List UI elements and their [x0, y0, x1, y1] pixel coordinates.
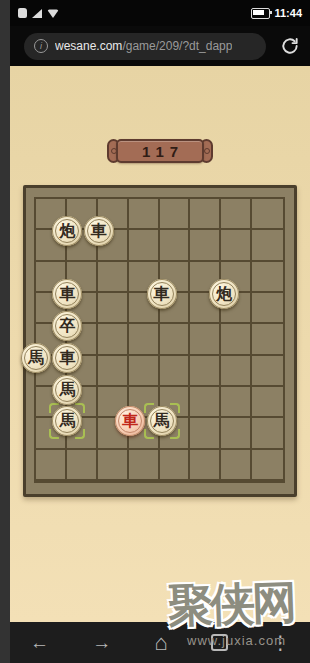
browser-address-bar: i wesane.com/game/209/?dt_dapp [10, 26, 310, 66]
url-host: wesane.com [55, 39, 122, 53]
board-cell [98, 356, 129, 387]
piece-black-horse[interactable]: 馬 [21, 343, 51, 373]
board-cell [252, 324, 283, 355]
board-cell [221, 356, 252, 387]
board-cell [221, 199, 252, 230]
piece-label: 車 [122, 413, 138, 429]
board-cell [98, 324, 129, 355]
board-cell [252, 387, 283, 418]
piece-black-horse[interactable]: 馬 [147, 406, 177, 436]
battery-icon [251, 8, 270, 19]
board-cell [252, 418, 283, 449]
wifi-icon [47, 8, 59, 18]
level-number: 117 [116, 139, 204, 163]
board-cell [252, 199, 283, 230]
board-cell [129, 199, 160, 230]
board-cell [190, 356, 221, 387]
board-cell [67, 450, 98, 481]
piece-label: 馬 [59, 382, 75, 398]
url-bar[interactable]: i wesane.com/game/209/?dt_dapp [24, 33, 266, 60]
back-button[interactable]: ← [30, 633, 49, 652]
piece-label: 車 [154, 286, 170, 302]
board-cell [160, 450, 191, 481]
board-cell [252, 356, 283, 387]
board-cell [221, 324, 252, 355]
piece-label: 車 [91, 223, 107, 239]
piece-label: 炮 [59, 223, 75, 239]
board-cell [252, 230, 283, 261]
status-icons-right: 11:44 [251, 7, 302, 19]
board-cell [129, 450, 160, 481]
board-cell [190, 387, 221, 418]
board-cell [160, 199, 191, 230]
board-cell [190, 324, 221, 355]
board-cell [252, 450, 283, 481]
phone-screen: 11:44 i wesane.com/game/209/?dt_dapp 117… [10, 0, 310, 663]
piece-black-horse[interactable]: 馬 [52, 375, 82, 405]
board-cell [190, 199, 221, 230]
board-cell [129, 324, 160, 355]
piece-label: 馬 [154, 413, 170, 429]
level-plaque: 117 [107, 139, 213, 163]
home-button[interactable]: ⌂ [154, 632, 167, 654]
status-time: 11:44 [274, 7, 302, 19]
piece-black-chariot[interactable]: 車 [84, 216, 114, 246]
board-cell [98, 293, 129, 324]
board-cell [190, 450, 221, 481]
board-grid: 炮車車車炮卒馬車馬馬車馬 [34, 197, 285, 483]
piece-label: 卒 [59, 318, 75, 334]
status-bar: 11:44 [10, 0, 310, 26]
board-cell [221, 418, 252, 449]
url-path: /game/209/?dt_dapp [122, 39, 232, 53]
xiangqi-board: 炮車車車炮卒馬車馬馬車馬 [23, 185, 297, 497]
game-area: 117 炮車車車炮卒馬車馬馬車馬 [10, 66, 310, 622]
piece-label: 炮 [216, 286, 232, 302]
board-cell [160, 356, 191, 387]
board-cell [129, 356, 160, 387]
board-cell [190, 418, 221, 449]
board-cell [36, 450, 67, 481]
url-text: wesane.com/game/209/?dt_dapp [55, 39, 232, 53]
board-cell [98, 450, 129, 481]
board-cell [221, 450, 252, 481]
refresh-icon[interactable] [278, 34, 302, 58]
piece-label: 馬 [28, 350, 44, 366]
piece-black-cannon[interactable]: 炮 [52, 216, 82, 246]
info-icon[interactable]: i [34, 39, 48, 53]
board-cell [252, 262, 283, 293]
board-cell [221, 230, 252, 261]
board-cell [160, 324, 191, 355]
piece-black-chariot[interactable]: 車 [147, 279, 177, 309]
board-cell [221, 387, 252, 418]
board-cell [190, 230, 221, 261]
forward-button[interactable]: → [92, 633, 111, 652]
watermark-url: www.juxia.com [187, 633, 286, 648]
piece-label: 車 [59, 286, 75, 302]
board-cell [160, 230, 191, 261]
sim-icon [18, 8, 27, 18]
board-cell [129, 230, 160, 261]
watermark-logo: 聚侠网 [167, 571, 310, 636]
piece-label: 車 [59, 350, 75, 366]
signal-icon [32, 9, 42, 18]
board-cell [252, 293, 283, 324]
status-icons-left [18, 8, 59, 18]
board-cell [98, 262, 129, 293]
piece-label: 馬 [59, 413, 75, 429]
